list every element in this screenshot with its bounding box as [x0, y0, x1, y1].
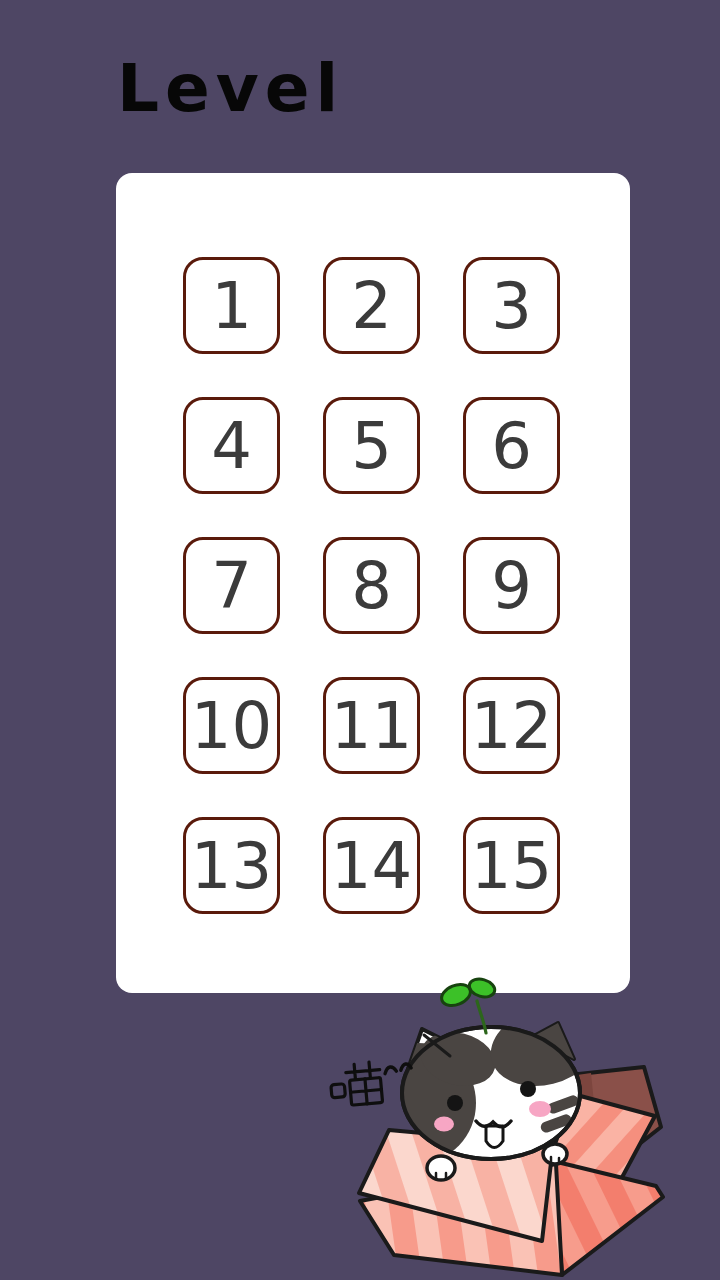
level-select-screen: { "game": "puzzle-game-level-select-menu…	[0, 0, 720, 1280]
cat-left-blush	[434, 1117, 454, 1132]
mascot-illustration	[310, 975, 720, 1280]
cat-left-eye	[447, 1095, 463, 1111]
sprout-icon	[439, 976, 497, 1033]
level-button-8[interactable]: 8	[323, 537, 420, 634]
level-button-11[interactable]: 11	[323, 677, 420, 774]
level-button-3[interactable]: 3	[463, 257, 560, 354]
level-button-12[interactable]: 12	[463, 677, 560, 774]
page-title: Level	[117, 56, 344, 122]
level-button-6[interactable]: 6	[463, 397, 560, 494]
level-button-2[interactable]: 2	[323, 257, 420, 354]
cat-left-paw	[427, 1156, 455, 1180]
level-card: 123456789101112131415	[116, 173, 630, 993]
cat-right-paw	[543, 1144, 567, 1164]
level-button-14[interactable]: 14	[323, 817, 420, 914]
cat-right-blush	[529, 1101, 551, 1117]
level-button-5[interactable]: 5	[323, 397, 420, 494]
level-grid: 123456789101112131415	[183, 257, 560, 914]
cat-tongue	[486, 1126, 503, 1148]
level-button-10[interactable]: 10	[183, 677, 280, 774]
level-button-7[interactable]: 7	[183, 537, 280, 634]
cat-right-eye	[520, 1081, 536, 1097]
level-button-15[interactable]: 15	[463, 817, 560, 914]
level-button-9[interactable]: 9	[463, 537, 560, 634]
level-button-13[interactable]: 13	[183, 817, 280, 914]
box-right-face	[553, 1161, 663, 1275]
level-button-4[interactable]: 4	[183, 397, 280, 494]
level-button-1[interactable]: 1	[183, 257, 280, 354]
